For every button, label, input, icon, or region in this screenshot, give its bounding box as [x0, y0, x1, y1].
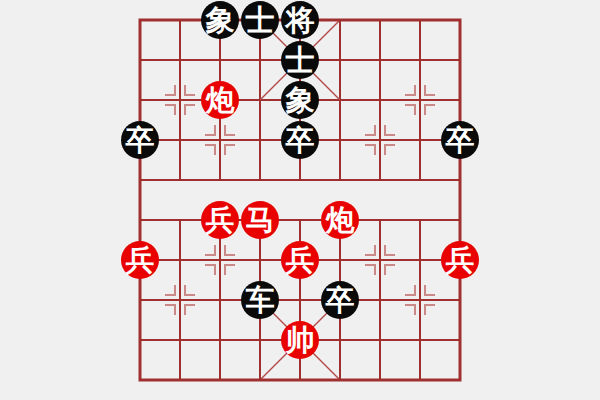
- xiangqi-diagram: 象士将士炮象卒卒卒兵马炮兵兵兵车卒帅: [0, 0, 600, 400]
- piece-red-soldier[interactable]: 兵: [441, 241, 479, 279]
- piece-black-soldier[interactable]: 卒: [321, 281, 359, 319]
- piece-red-soldier[interactable]: 兵: [121, 241, 159, 279]
- piece-black-general[interactable]: 将: [281, 1, 319, 39]
- piece-black-elephant[interactable]: 象: [201, 1, 239, 39]
- piece-black-advisor[interactable]: 士: [281, 41, 319, 79]
- piece-red-general[interactable]: 帅: [281, 321, 319, 359]
- board-intersections[interactable]: 象士将士炮象卒卒卒兵马炮兵兵兵车卒帅: [120, 0, 480, 400]
- piece-black-soldier[interactable]: 卒: [281, 121, 319, 159]
- piece-red-horse[interactable]: 马: [241, 201, 279, 239]
- piece-black-soldier[interactable]: 卒: [121, 121, 159, 159]
- piece-black-elephant[interactable]: 象: [281, 81, 319, 119]
- piece-red-cannon[interactable]: 炮: [201, 81, 239, 119]
- piece-black-chariot[interactable]: 车: [241, 281, 279, 319]
- piece-black-soldier[interactable]: 卒: [441, 121, 479, 159]
- piece-black-advisor[interactable]: 士: [241, 1, 279, 39]
- piece-red-cannon[interactable]: 炮: [321, 201, 359, 239]
- piece-red-soldier[interactable]: 兵: [281, 241, 319, 279]
- piece-red-soldier[interactable]: 兵: [201, 201, 239, 239]
